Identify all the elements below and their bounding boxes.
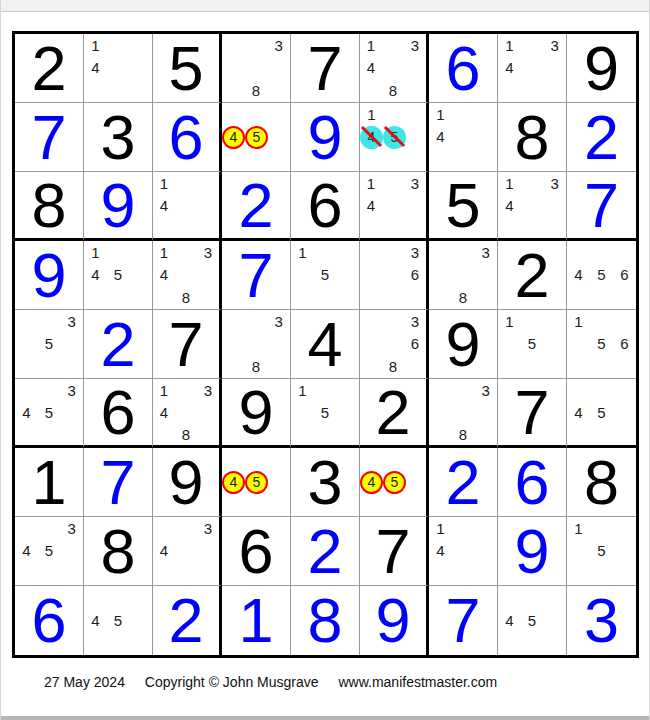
cell-r5c9[interactable]: 156 — [567, 310, 636, 379]
candidate-1: 1 — [153, 379, 175, 401]
candidate-circled-4: 4 — [360, 471, 383, 494]
candidate-4: 4 — [15, 540, 38, 563]
cell-r7c1[interactable]: 1 — [15, 448, 84, 517]
big-digit-given: 6 — [291, 172, 359, 238]
candidate-circled-4: 4 — [222, 471, 245, 494]
big-digit-given: 9 — [222, 379, 290, 445]
big-digit-solved: 2 — [222, 172, 290, 238]
cell-r9c7[interactable]: 7 — [429, 586, 498, 655]
pencil-marks: 156 — [567, 310, 636, 378]
cell-r4c9[interactable]: 456 — [567, 241, 636, 310]
candidate-3: 3 — [404, 241, 426, 264]
big-digit-given: 7 — [360, 517, 426, 585]
cell-r3c5[interactable]: 6 — [291, 172, 360, 241]
big-digit-solved: 2 — [291, 517, 359, 585]
candidate-4: 4 — [153, 264, 175, 287]
candidate-1: 1 — [429, 103, 452, 126]
cell-r4c5[interactable]: 15 — [291, 241, 360, 310]
candidate-5: 5 — [521, 609, 544, 632]
candidate-eliminated-4: 4 — [360, 126, 383, 149]
cell-r2c7[interactable]: 14 — [429, 103, 498, 172]
cell-r1c1[interactable]: 2 — [15, 34, 84, 103]
candidate-4: 4 — [498, 609, 521, 632]
cell-r5c8[interactable]: 15 — [498, 310, 567, 379]
big-digit-solved: 9 — [498, 517, 566, 585]
pencil-marks: 134 — [360, 172, 426, 238]
candidate-8: 8 — [245, 355, 268, 378]
candidate-3: 3 — [543, 172, 566, 194]
candidate-5: 5 — [521, 333, 544, 356]
pencil-marks: 38 — [429, 241, 497, 309]
cell-r8c2[interactable]: 8 — [84, 517, 153, 586]
candidate-8: 8 — [382, 355, 404, 378]
big-digit-given: 9 — [153, 448, 219, 516]
cell-r6c5[interactable]: 15 — [291, 379, 360, 448]
page: 2145387134861349736459145148289142613451… — [0, 0, 650, 720]
big-digit-given: 7 — [153, 310, 219, 378]
candidate-4: 4 — [153, 194, 175, 216]
pencil-marks: 38 — [222, 34, 290, 102]
candidate-5: 5 — [38, 401, 61, 423]
pencil-marks: 45 — [360, 448, 426, 516]
cell-r7c7[interactable]: 2 — [429, 448, 498, 517]
big-digit-solved: 2 — [84, 310, 152, 378]
cell-r9c9[interactable]: 3 — [567, 586, 636, 655]
big-digit-given: 5 — [429, 172, 497, 238]
cell-r2c6[interactable]: 145 — [360, 103, 429, 172]
cell-r4c8[interactable]: 2 — [498, 241, 567, 310]
candidate-3: 3 — [60, 310, 83, 333]
pencil-marks: 345 — [15, 379, 83, 445]
candidate-1: 1 — [498, 172, 521, 194]
candidate-1: 1 — [567, 310, 590, 333]
cell-r6c6[interactable]: 2 — [360, 379, 429, 448]
candidate-5: 5 — [590, 540, 613, 563]
cell-r8c1[interactable]: 345 — [15, 517, 84, 586]
cell-r4c1[interactable]: 9 — [15, 241, 84, 310]
big-digit-given: 6 — [84, 379, 152, 445]
candidate-1: 1 — [291, 379, 314, 401]
pencil-marks: 15 — [498, 310, 566, 378]
cell-r2c9[interactable]: 2 — [567, 103, 636, 172]
cell-r1c4[interactable]: 38 — [222, 34, 291, 103]
cell-r1c8[interactable]: 134 — [498, 34, 567, 103]
cell-r6c3[interactable]: 1348 — [153, 379, 222, 448]
big-digit-solved: 8 — [291, 586, 359, 655]
cell-r3c2[interactable]: 9 — [84, 172, 153, 241]
cell-r5c7[interactable]: 9 — [429, 310, 498, 379]
candidate-1: 1 — [567, 517, 590, 540]
big-digit-given: 6 — [222, 517, 290, 585]
cell-r9c1[interactable]: 6 — [15, 586, 84, 655]
candidate-8: 8 — [245, 79, 268, 102]
candidate-1: 1 — [84, 34, 107, 57]
candidate-3: 3 — [60, 517, 83, 540]
cell-r6c9[interactable]: 45 — [567, 379, 636, 448]
candidate-4: 4 — [429, 540, 452, 563]
pencil-marks: 1348 — [360, 34, 426, 102]
big-digit-solved: 6 — [498, 448, 566, 516]
big-digit-solved: 9 — [15, 241, 83, 309]
big-digit-solved: 7 — [222, 241, 290, 309]
pencil-marks: 15 — [567, 517, 636, 585]
pencil-marks: 345 — [15, 517, 83, 585]
pencil-marks: 45 — [222, 448, 290, 516]
cell-r3c7[interactable]: 5 — [429, 172, 498, 241]
pencil-marks: 38 — [429, 379, 497, 445]
cell-r2c8[interactable]: 8 — [498, 103, 567, 172]
candidate-3: 3 — [267, 310, 290, 333]
cell-r2c1[interactable]: 7 — [15, 103, 84, 172]
cell-r7c8[interactable]: 6 — [498, 448, 567, 517]
cell-r2c3[interactable]: 6 — [153, 103, 222, 172]
cell-r5c6[interactable]: 368 — [360, 310, 429, 379]
candidate-1: 1 — [84, 241, 107, 264]
candidate-6: 6 — [404, 264, 426, 287]
candidate-4: 4 — [429, 126, 452, 149]
cell-r9c8[interactable]: 45 — [498, 586, 567, 655]
big-digit-given: 9 — [567, 34, 636, 102]
cell-r6c2[interactable]: 6 — [84, 379, 153, 448]
cell-r3c3[interactable]: 14 — [153, 172, 222, 241]
cell-r8c4[interactable]: 6 — [222, 517, 291, 586]
candidate-1: 1 — [291, 241, 314, 264]
candidate-5: 5 — [590, 264, 613, 287]
big-digit-given: 8 — [567, 448, 636, 516]
candidate-1: 1 — [498, 34, 521, 57]
candidate-8: 8 — [175, 286, 197, 309]
pencil-marks: 38 — [222, 310, 290, 378]
big-digit-given: 7 — [498, 379, 566, 445]
candidate-1: 1 — [498, 310, 521, 333]
candidate-3: 3 — [474, 241, 497, 264]
candidate-8: 8 — [382, 79, 404, 102]
big-digit-given: 5 — [153, 34, 219, 102]
candidate-6: 6 — [404, 333, 426, 356]
cell-r7c2[interactable]: 7 — [84, 448, 153, 517]
cell-r5c4[interactable]: 38 — [222, 310, 291, 379]
candidate-1: 1 — [360, 103, 383, 126]
candidate-circled-4: 4 — [222, 126, 245, 149]
candidate-4: 4 — [360, 57, 382, 80]
pencil-marks: 45 — [567, 379, 636, 445]
cell-r3c4[interactable]: 2 — [222, 172, 291, 241]
big-digit-given: 8 — [15, 172, 83, 238]
big-digit-given: 8 — [84, 517, 152, 585]
candidate-4: 4 — [567, 401, 590, 423]
cell-r9c3[interactable]: 2 — [153, 586, 222, 655]
candidate-4: 4 — [84, 57, 107, 80]
window-top-bar — [1, 0, 649, 12]
cell-r6c4[interactable]: 9 — [222, 379, 291, 448]
cell-r6c7[interactable]: 38 — [429, 379, 498, 448]
cell-r8c7[interactable]: 14 — [429, 517, 498, 586]
cell-r8c5[interactable]: 2 — [291, 517, 360, 586]
pencil-marks: 15 — [291, 379, 359, 445]
big-digit-solved: 9 — [84, 172, 152, 238]
big-digit-solved: 6 — [15, 586, 83, 655]
candidate-3: 3 — [197, 241, 219, 264]
candidate-circled-5: 5 — [245, 471, 268, 494]
pencil-marks: 456 — [567, 241, 636, 309]
big-digit-solved: 6 — [429, 34, 497, 102]
big-digit-given: 1 — [15, 448, 83, 516]
cell-r5c2[interactable]: 2 — [84, 310, 153, 379]
candidate-1: 1 — [429, 517, 452, 540]
cell-r7c9[interactable]: 8 — [567, 448, 636, 517]
cell-r7c4[interactable]: 45 — [222, 448, 291, 517]
candidate-8: 8 — [175, 423, 197, 445]
pencil-marks: 45 — [222, 103, 290, 171]
candidate-5: 5 — [107, 264, 130, 287]
big-digit-solved: 2 — [153, 586, 219, 655]
cell-r7c5[interactable]: 3 — [291, 448, 360, 517]
big-digit-solved: 2 — [567, 103, 636, 171]
pencil-marks: 36 — [360, 241, 426, 309]
candidate-5: 5 — [107, 609, 130, 632]
cell-r3c6[interactable]: 134 — [360, 172, 429, 241]
cell-r9c5[interactable]: 8 — [291, 586, 360, 655]
pencil-marks: 14 — [153, 172, 219, 238]
pencil-marks: 34 — [153, 517, 219, 585]
big-digit-solved: 1 — [222, 586, 290, 655]
cell-r2c5[interactable]: 9 — [291, 103, 360, 172]
cell-r2c4[interactable]: 45 — [222, 103, 291, 172]
cell-r4c7[interactable]: 38 — [429, 241, 498, 310]
cell-r5c3[interactable]: 7 — [153, 310, 222, 379]
cell-r4c6[interactable]: 36 — [360, 241, 429, 310]
candidate-4: 4 — [84, 609, 107, 632]
cell-r1c2[interactable]: 14 — [84, 34, 153, 103]
cell-r4c3[interactable]: 1348 — [153, 241, 222, 310]
candidate-3: 3 — [404, 310, 426, 333]
pencil-marks: 45 — [84, 586, 152, 655]
candidate-8: 8 — [452, 423, 475, 445]
footer: 27 May 2024 Copyright © John Musgrave ww… — [44, 674, 649, 690]
candidate-3: 3 — [267, 34, 290, 57]
window-bottom-bar — [1, 716, 649, 720]
candidate-4: 4 — [567, 264, 590, 287]
pencil-marks: 45 — [498, 586, 566, 655]
cell-r8c3[interactable]: 34 — [153, 517, 222, 586]
big-digit-solved: 2 — [429, 448, 497, 516]
cell-r3c9[interactable]: 7 — [567, 172, 636, 241]
candidate-1: 1 — [153, 172, 175, 194]
candidate-1: 1 — [360, 34, 382, 57]
cell-r1c7[interactable]: 6 — [429, 34, 498, 103]
candidate-5: 5 — [314, 401, 337, 423]
big-digit-solved: 7 — [567, 172, 636, 238]
big-digit-given: 8 — [498, 103, 566, 171]
pencil-marks: 134 — [498, 34, 566, 102]
pencil-marks: 134 — [498, 172, 566, 238]
cell-r8c8[interactable]: 9 — [498, 517, 567, 586]
candidate-eliminated-5: 5 — [383, 126, 406, 149]
cell-r1c9[interactable]: 9 — [567, 34, 636, 103]
candidate-1: 1 — [153, 241, 175, 264]
pencil-marks: 1348 — [153, 241, 219, 309]
candidate-4: 4 — [15, 401, 38, 423]
candidate-4: 4 — [360, 194, 382, 216]
candidate-circled-5: 5 — [383, 471, 406, 494]
cell-r8c9[interactable]: 15 — [567, 517, 636, 586]
footer-website: www.manifestmaster.com — [338, 674, 497, 690]
pencil-marks: 145 — [360, 103, 426, 171]
candidate-8: 8 — [452, 286, 475, 309]
big-digit-given: 2 — [360, 379, 426, 445]
big-digit-solved: 9 — [291, 103, 359, 171]
footer-copyright: Copyright © John Musgrave — [145, 674, 319, 690]
candidate-5: 5 — [314, 264, 337, 287]
cell-r1c3[interactable]: 5 — [153, 34, 222, 103]
cell-r3c1[interactable]: 8 — [15, 172, 84, 241]
pencil-marks: 35 — [15, 310, 83, 378]
cell-r5c1[interactable]: 35 — [15, 310, 84, 379]
cell-r9c4[interactable]: 1 — [222, 586, 291, 655]
big-digit-solved: 7 — [15, 103, 83, 171]
big-digit-solved: 7 — [84, 448, 152, 516]
cell-r4c2[interactable]: 145 — [84, 241, 153, 310]
candidate-3: 3 — [404, 34, 426, 57]
big-digit-solved: 3 — [567, 586, 636, 655]
cell-r2c2[interactable]: 3 — [84, 103, 153, 172]
candidate-6: 6 — [613, 264, 636, 287]
candidate-3: 3 — [197, 379, 219, 401]
pencil-marks: 1348 — [153, 379, 219, 445]
candidate-4: 4 — [84, 264, 107, 287]
candidate-3: 3 — [197, 517, 219, 540]
pencil-marks: 15 — [291, 241, 359, 309]
cell-r1c6[interactable]: 1348 — [360, 34, 429, 103]
big-digit-given: 4 — [291, 310, 359, 378]
candidate-circled-5: 5 — [245, 126, 268, 149]
cell-r9c6[interactable]: 9 — [360, 586, 429, 655]
candidate-3: 3 — [474, 379, 497, 401]
big-digit-solved: 6 — [153, 103, 219, 171]
candidate-3: 3 — [404, 172, 426, 194]
big-digit-solved: 7 — [429, 586, 497, 655]
big-digit-given: 9 — [429, 310, 497, 378]
candidate-3: 3 — [543, 34, 566, 57]
candidate-5: 5 — [590, 333, 613, 356]
cell-r6c1[interactable]: 345 — [15, 379, 84, 448]
big-digit-given: 3 — [291, 448, 359, 516]
big-digit-given: 2 — [15, 34, 83, 102]
pencil-marks: 145 — [84, 241, 152, 309]
footer-date: 27 May 2024 — [44, 674, 125, 690]
candidate-1: 1 — [360, 172, 382, 194]
big-digit-given: 7 — [291, 34, 359, 102]
sudoku-board: 2145387134861349736459145148289142613451… — [12, 31, 639, 658]
pencil-marks: 14 — [429, 103, 497, 171]
cell-r4c4[interactable]: 7 — [222, 241, 291, 310]
candidate-4: 4 — [498, 194, 521, 216]
cell-r7c6[interactable]: 45 — [360, 448, 429, 517]
candidate-5: 5 — [38, 540, 61, 563]
cell-r5c5[interactable]: 4 — [291, 310, 360, 379]
cell-r7c3[interactable]: 9 — [153, 448, 222, 517]
cell-r6c8[interactable]: 7 — [498, 379, 567, 448]
candidate-5: 5 — [590, 401, 613, 423]
big-digit-given: 2 — [498, 241, 566, 309]
pencil-marks: 14 — [84, 34, 152, 102]
cell-r8c6[interactable]: 7 — [360, 517, 429, 586]
cell-r1c5[interactable]: 7 — [291, 34, 360, 103]
cell-r9c2[interactable]: 45 — [84, 586, 153, 655]
big-digit-given: 3 — [84, 103, 152, 171]
candidate-6: 6 — [613, 333, 636, 356]
big-digit-solved: 9 — [360, 586, 426, 655]
pencil-marks: 14 — [429, 517, 497, 585]
cell-r3c8[interactable]: 134 — [498, 172, 567, 241]
candidate-5: 5 — [38, 333, 61, 356]
candidate-4: 4 — [498, 57, 521, 80]
candidate-3: 3 — [60, 379, 83, 401]
candidate-4: 4 — [153, 401, 175, 423]
candidate-4: 4 — [153, 540, 175, 563]
pencil-marks: 368 — [360, 310, 426, 378]
